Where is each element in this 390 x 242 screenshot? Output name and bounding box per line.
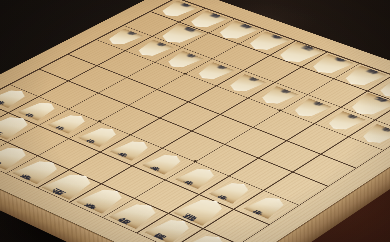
piece-fuhyo-pawn-5g: 歩兵: [109, 138, 155, 161]
piece-fuhyo-pawn-6g: 歩兵: [78, 125, 123, 147]
piece-kanji: 歩兵: [209, 70, 218, 74]
piece-kanji: 歩兵: [65, 121, 74, 125]
piece-kanji: 歩兵: [373, 133, 383, 137]
piece-kanji: 飛車: [196, 207, 209, 213]
piece-kanji: 歩兵: [160, 161, 170, 165]
piece-kanji: 歩兵: [178, 59, 187, 63]
piece-kanji: 歩兵: [339, 120, 349, 124]
shogi-photo-scene: 香車桂馬銀将金将玉将金将銀将桂馬香車飛車角行歩兵歩兵歩兵歩兵歩兵歩兵歩兵歩兵歩兵…: [0, 0, 390, 242]
piece-kanji: 桂馬: [165, 227, 177, 232]
piece-kanji: 歩兵: [127, 147, 137, 151]
hoshi-dot: [193, 160, 198, 163]
piece-kanji: 歩兵: [262, 204, 273, 209]
piece-kanji: 銀将: [131, 211, 143, 217]
piece-kanji: 玉将: [292, 51, 304, 56]
piece-kanji: 桂馬: [201, 19, 211, 23]
piece-kinsho-gold-4i: 金将: [76, 185, 131, 214]
piece-kanji: 歩兵: [227, 189, 237, 194]
piece-kanji: 歩兵: [305, 107, 315, 111]
piece-kanji: 金将: [97, 197, 109, 202]
piece-kanji: 歩兵: [6, 96, 15, 100]
piece-kanji: 王将: [64, 182, 77, 188]
piece-kanji: 歩兵: [240, 82, 249, 86]
piece-fuhyo-pawn-1c: 歩兵: [356, 124, 390, 147]
piece-kanji: 銀将: [2, 154, 13, 159]
piece-fuhyo-pawn-2g: 歩兵: [209, 179, 256, 204]
piece-kanji: 歩兵: [119, 36, 128, 39]
piece-kanji: 飛車: [174, 33, 185, 37]
piece-kanji: 歩兵: [35, 108, 44, 112]
piece-fuhyo-pawn-3g: 歩兵: [175, 165, 222, 189]
piece-kanji: 金将: [261, 40, 272, 44]
piece-kanji: 金将: [33, 168, 44, 173]
piece-ginsho-silver-7i: 銀将: [0, 143, 34, 170]
piece-hisha-rook-2h: 飛車: [173, 195, 232, 226]
piece-kanji: 香車: [172, 8, 181, 11]
piece-kanji: 銀将: [357, 75, 369, 79]
piece-kanji: 歩兵: [96, 134, 105, 138]
piece-kanji: 銀将: [231, 29, 242, 33]
piece-kanji: 金将: [324, 63, 335, 67]
piece-kanji: 歩兵: [272, 95, 282, 99]
piece-keima-knight-2i: 桂馬: [144, 216, 197, 242]
hoshi-dot: [97, 120, 102, 122]
piece-ginsho-silver-3i: 銀将: [109, 200, 165, 229]
piece-kanji: 歩兵: [148, 47, 157, 51]
piece-kinsho-gold-6i: 金将: [12, 157, 66, 184]
piece-kanji: 歩兵: [193, 175, 203, 179]
piece-fuhyo-pawn-1g: 歩兵: [243, 194, 291, 219]
piece-keima-knight-8i: 桂馬: [0, 131, 2, 156]
piece-osho-king-5i: 王将: [41, 170, 99, 200]
piece-fuhyo-pawn-4g: 歩兵: [142, 151, 188, 174]
piece-fuhyo-pawn-2c: 歩兵: [322, 111, 366, 133]
piece-kanji: 角行: [364, 103, 376, 108]
piece-kyosha-lance-1i: 香車: [180, 232, 231, 242]
piece-kanji: 角行: [3, 124, 14, 129]
